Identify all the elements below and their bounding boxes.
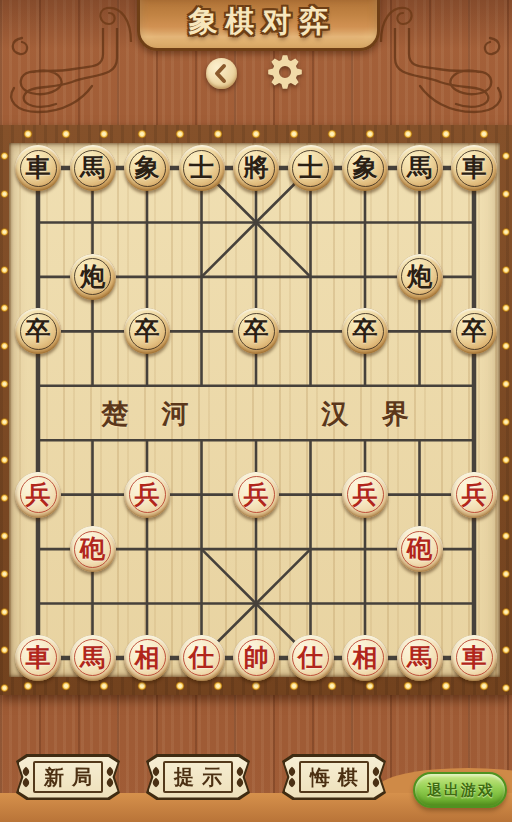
piece-red-elephant[interactable]: 相 bbox=[124, 635, 170, 681]
piece-red-soldier[interactable]: 兵 bbox=[15, 472, 61, 518]
piece-ring bbox=[347, 313, 384, 350]
back-button[interactable] bbox=[206, 58, 237, 89]
curl-ornament-left bbox=[99, 0, 135, 42]
piece-ring bbox=[129, 476, 166, 513]
piece-red-soldier[interactable]: 兵 bbox=[451, 472, 497, 518]
piece-ring bbox=[456, 639, 493, 676]
piece-black-advisor[interactable]: 士 bbox=[288, 145, 334, 191]
river-label-right: 汉 界 bbox=[285, 396, 451, 432]
piece-red-soldier[interactable]: 兵 bbox=[124, 472, 170, 518]
piece-red-soldier[interactable]: 兵 bbox=[342, 472, 388, 518]
undo-label: 悔棋 bbox=[282, 754, 386, 800]
piece-ring bbox=[20, 313, 57, 350]
piece-ring bbox=[20, 150, 57, 187]
piece-ring bbox=[456, 476, 493, 513]
undo-button[interactable]: 悔棋 bbox=[282, 754, 386, 800]
river-label-left: 楚 河 bbox=[65, 396, 231, 432]
piece-ring bbox=[20, 639, 57, 676]
piece-ring bbox=[347, 150, 384, 187]
new-game-label: 新局 bbox=[16, 754, 120, 800]
piece-ring bbox=[129, 313, 166, 350]
piece-ring bbox=[347, 476, 384, 513]
piece-black-soldier[interactable]: 卒 bbox=[451, 308, 497, 354]
exit-game-label: 退出游戏 bbox=[427, 781, 495, 800]
title-plaque: 象棋对弈 bbox=[137, 0, 380, 51]
piece-ring bbox=[292, 150, 329, 187]
piece-black-soldier[interactable]: 卒 bbox=[233, 308, 279, 354]
piece-black-horse[interactable]: 馬 bbox=[70, 145, 116, 191]
piece-black-elephant[interactable]: 象 bbox=[124, 145, 170, 191]
xiangqi-board[interactable]: 楚 河 汉 界 車馬象士將士象馬車炮炮卒卒卒卒卒兵兵兵兵兵砲砲車馬相仕帥仕相馬車 bbox=[0, 125, 512, 695]
piece-ring bbox=[238, 150, 275, 187]
piece-ring bbox=[456, 150, 493, 187]
piece-ring bbox=[74, 258, 111, 295]
new-game-button[interactable]: 新局 bbox=[16, 754, 120, 800]
piece-ring bbox=[74, 150, 111, 187]
piece-black-chariot[interactable]: 車 bbox=[451, 145, 497, 191]
settings-button[interactable] bbox=[266, 53, 304, 91]
piece-ring bbox=[129, 639, 166, 676]
exit-game-button[interactable]: 退出游戏 bbox=[413, 772, 507, 808]
piece-black-cannon[interactable]: 炮 bbox=[70, 254, 116, 300]
piece-black-advisor[interactable]: 士 bbox=[179, 145, 225, 191]
piece-ring bbox=[74, 639, 111, 676]
piece-black-elephant[interactable]: 象 bbox=[342, 145, 388, 191]
piece-black-cannon[interactable]: 炮 bbox=[397, 254, 443, 300]
piece-ring bbox=[238, 313, 275, 350]
piece-red-chariot[interactable]: 車 bbox=[451, 635, 497, 681]
piece-ring bbox=[401, 531, 438, 568]
piece-red-elephant[interactable]: 相 bbox=[342, 635, 388, 681]
piece-red-horse[interactable]: 馬 bbox=[397, 635, 443, 681]
hint-button[interactable]: 提示 bbox=[146, 754, 250, 800]
piece-ring bbox=[238, 476, 275, 513]
piece-black-chariot[interactable]: 車 bbox=[15, 145, 61, 191]
piece-ring bbox=[456, 313, 493, 350]
piece-black-soldier[interactable]: 卒 bbox=[124, 308, 170, 354]
piece-black-soldier[interactable]: 卒 bbox=[15, 308, 61, 354]
piece-red-chariot[interactable]: 車 bbox=[15, 635, 61, 681]
piece-black-horse[interactable]: 馬 bbox=[397, 145, 443, 191]
piece-ring bbox=[401, 639, 438, 676]
piece-ring bbox=[401, 258, 438, 295]
piece-ring bbox=[347, 639, 384, 676]
piece-red-horse[interactable]: 馬 bbox=[70, 635, 116, 681]
piece-red-general[interactable]: 帥 bbox=[233, 635, 279, 681]
hint-label: 提示 bbox=[146, 754, 250, 800]
piece-red-soldier[interactable]: 兵 bbox=[233, 472, 279, 518]
piece-red-advisor[interactable]: 仕 bbox=[179, 635, 225, 681]
piece-ring bbox=[74, 531, 111, 568]
piece-ring bbox=[129, 150, 166, 187]
piece-ring bbox=[20, 476, 57, 513]
piece-ring bbox=[292, 639, 329, 676]
piece-ring bbox=[183, 150, 220, 187]
page-title: 象棋对弈 bbox=[181, 0, 337, 42]
piece-ring bbox=[401, 150, 438, 187]
curl-ornament-right bbox=[377, 0, 413, 42]
gear-icon bbox=[266, 53, 304, 91]
piece-black-soldier[interactable]: 卒 bbox=[342, 308, 388, 354]
piece-red-advisor[interactable]: 仕 bbox=[288, 635, 334, 681]
piece-black-general[interactable]: 將 bbox=[233, 145, 279, 191]
piece-ring bbox=[238, 639, 275, 676]
piece-ring bbox=[183, 639, 220, 676]
piece-red-cannon[interactable]: 砲 bbox=[70, 526, 116, 572]
piece-red-cannon[interactable]: 砲 bbox=[397, 526, 443, 572]
back-chevron-icon bbox=[206, 58, 237, 89]
